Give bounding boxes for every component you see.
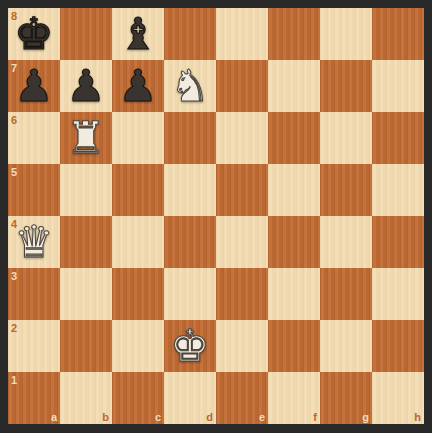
file-label-f: f: [313, 411, 317, 423]
square-d4[interactable]: [164, 216, 216, 268]
piece-black-pawn[interactable]: ♟: [8, 60, 60, 112]
square-g6[interactable]: [320, 112, 372, 164]
piece-white-knight[interactable]: ♞: [164, 60, 216, 112]
piece-white-queen[interactable]: ♛: [8, 216, 60, 268]
square-a7[interactable]: 7♟: [8, 60, 60, 112]
square-b8[interactable]: [60, 8, 112, 60]
square-c6[interactable]: [112, 112, 164, 164]
square-h2[interactable]: [372, 320, 424, 372]
file-label-d: d: [206, 411, 213, 423]
square-a5[interactable]: 5: [8, 164, 60, 216]
rank-label-6: 6: [11, 114, 17, 126]
square-g8[interactable]: [320, 8, 372, 60]
square-g4[interactable]: [320, 216, 372, 268]
square-e8[interactable]: [216, 8, 268, 60]
square-b1[interactable]: b: [60, 372, 112, 424]
file-label-a: a: [51, 411, 57, 423]
square-e6[interactable]: [216, 112, 268, 164]
square-d8[interactable]: [164, 8, 216, 60]
square-e2[interactable]: [216, 320, 268, 372]
piece-black-bishop[interactable]: ♝: [112, 8, 164, 60]
square-h8[interactable]: [372, 8, 424, 60]
file-label-b: b: [102, 411, 109, 423]
square-e7[interactable]: [216, 60, 268, 112]
square-b5[interactable]: [60, 164, 112, 216]
square-b3[interactable]: [60, 268, 112, 320]
square-h1[interactable]: h: [372, 372, 424, 424]
file-label-g: g: [362, 411, 369, 423]
square-h6[interactable]: [372, 112, 424, 164]
piece-black-pawn[interactable]: ♟: [60, 60, 112, 112]
square-g2[interactable]: [320, 320, 372, 372]
piece-black-pawn[interactable]: ♟: [112, 60, 164, 112]
file-label-c: c: [155, 411, 161, 423]
square-f5[interactable]: [268, 164, 320, 216]
square-b6[interactable]: ♜: [60, 112, 112, 164]
square-g3[interactable]: [320, 268, 372, 320]
piece-white-king[interactable]: ♚: [164, 320, 216, 372]
square-h7[interactable]: [372, 60, 424, 112]
rank-label-5: 5: [11, 166, 17, 178]
square-e5[interactable]: [216, 164, 268, 216]
square-c5[interactable]: [112, 164, 164, 216]
square-c2[interactable]: [112, 320, 164, 372]
square-a8[interactable]: 8♚: [8, 8, 60, 60]
square-f7[interactable]: [268, 60, 320, 112]
square-g7[interactable]: [320, 60, 372, 112]
square-g1[interactable]: g: [320, 372, 372, 424]
square-e1[interactable]: e: [216, 372, 268, 424]
square-e4[interactable]: [216, 216, 268, 268]
square-e3[interactable]: [216, 268, 268, 320]
square-h5[interactable]: [372, 164, 424, 216]
square-c1[interactable]: c: [112, 372, 164, 424]
square-d6[interactable]: [164, 112, 216, 164]
piece-black-king[interactable]: ♚: [8, 8, 60, 60]
square-f4[interactable]: [268, 216, 320, 268]
square-a2[interactable]: 2: [8, 320, 60, 372]
square-b7[interactable]: ♟: [60, 60, 112, 112]
file-label-e: e: [259, 411, 265, 423]
square-f3[interactable]: [268, 268, 320, 320]
square-h3[interactable]: [372, 268, 424, 320]
board-frame: 8♚♝7♟♟♟♞6♜54♛32♚1abcdefgh: [0, 0, 432, 433]
square-a1[interactable]: 1a: [8, 372, 60, 424]
square-f1[interactable]: f: [268, 372, 320, 424]
square-d3[interactable]: [164, 268, 216, 320]
square-d1[interactable]: d: [164, 372, 216, 424]
square-b2[interactable]: [60, 320, 112, 372]
square-c8[interactable]: ♝: [112, 8, 164, 60]
file-label-h: h: [414, 411, 421, 423]
square-c7[interactable]: ♟: [112, 60, 164, 112]
square-c4[interactable]: [112, 216, 164, 268]
square-f2[interactable]: [268, 320, 320, 372]
rank-label-1: 1: [11, 374, 17, 386]
square-f6[interactable]: [268, 112, 320, 164]
square-a6[interactable]: 6: [8, 112, 60, 164]
piece-white-rook[interactable]: ♜: [60, 112, 112, 164]
square-b4[interactable]: [60, 216, 112, 268]
square-a4[interactable]: 4♛: [8, 216, 60, 268]
square-d5[interactable]: [164, 164, 216, 216]
square-d7[interactable]: ♞: [164, 60, 216, 112]
rank-label-3: 3: [11, 270, 17, 282]
rank-label-2: 2: [11, 322, 17, 334]
square-a3[interactable]: 3: [8, 268, 60, 320]
square-c3[interactable]: [112, 268, 164, 320]
chess-board[interactable]: 8♚♝7♟♟♟♞6♜54♛32♚1abcdefgh: [8, 8, 424, 424]
square-d2[interactable]: ♚: [164, 320, 216, 372]
square-f8[interactable]: [268, 8, 320, 60]
square-g5[interactable]: [320, 164, 372, 216]
square-h4[interactable]: [372, 216, 424, 268]
